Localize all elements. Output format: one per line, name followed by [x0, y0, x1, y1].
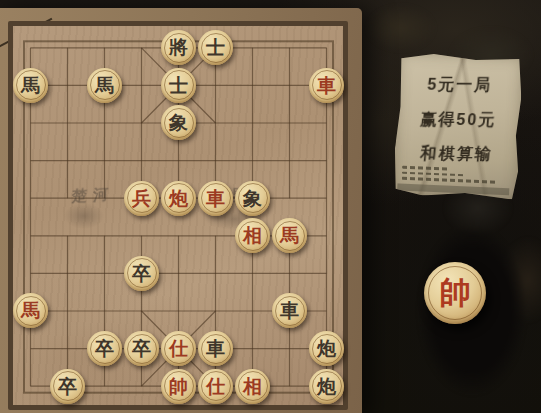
- piece-red-兵[interactable]: 兵: [124, 181, 159, 216]
- note-line-2: 赢得50元: [395, 109, 521, 131]
- note-line-1: 5元一局: [397, 75, 523, 97]
- piece-red-馬[interactable]: 馬: [272, 218, 307, 253]
- piece-black-象[interactable]: 象: [235, 181, 270, 216]
- red-general-token: 帥: [424, 262, 486, 324]
- piece-red-相[interactable]: 相: [235, 218, 270, 253]
- piece-red-仕[interactable]: 仕: [161, 331, 196, 366]
- piece-black-卒[interactable]: 卒: [124, 256, 159, 291]
- note-fine-print: [401, 163, 508, 194]
- piece-red-車[interactable]: 車: [309, 68, 344, 103]
- stakes-note: 5元一局 赢得50元 和棋算输: [393, 52, 523, 199]
- piece-red-帥[interactable]: 帥: [161, 369, 196, 404]
- piece-black-象[interactable]: 象: [161, 105, 196, 140]
- piece-black-炮[interactable]: 炮: [309, 369, 344, 404]
- piece-red-相[interactable]: 相: [235, 369, 270, 404]
- xiangqi-game-screen: 楚河 漢界 將士馬馬士車象兵炮車象相馬卒馬車卒卒仕車炮卒帥仕相炮 5元一局 赢得…: [0, 0, 541, 413]
- piece-black-卒[interactable]: 卒: [124, 331, 159, 366]
- piece-black-將[interactable]: 將: [161, 30, 196, 65]
- piece-black-車[interactable]: 車: [198, 331, 233, 366]
- piece-red-炮[interactable]: 炮: [161, 181, 196, 216]
- piece-red-車[interactable]: 車: [198, 181, 233, 216]
- piece-black-馬[interactable]: 馬: [87, 68, 122, 103]
- xiangqi-board[interactable]: 楚河 漢界 將士馬馬士車象兵炮車象相馬卒馬車卒卒仕車炮卒帥仕相炮: [0, 8, 362, 413]
- piece-red-馬[interactable]: 馬: [13, 293, 48, 328]
- red-general-glyph: 帥: [440, 272, 471, 314]
- pieces-grid: 將士馬馬士車象兵炮車象相馬卒馬車卒卒仕車炮卒帥仕相炮: [12, 29, 345, 405]
- piece-black-炮[interactable]: 炮: [309, 331, 344, 366]
- piece-black-車[interactable]: 車: [272, 293, 307, 328]
- piece-black-馬[interactable]: 馬: [13, 68, 48, 103]
- piece-black-卒[interactable]: 卒: [50, 369, 85, 404]
- piece-red-仕[interactable]: 仕: [198, 369, 233, 404]
- piece-black-士[interactable]: 士: [198, 30, 233, 65]
- piece-black-士[interactable]: 士: [161, 68, 196, 103]
- piece-black-卒[interactable]: 卒: [87, 331, 122, 366]
